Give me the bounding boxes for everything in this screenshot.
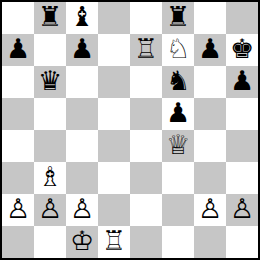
square-f3[interactable] bbox=[162, 162, 194, 194]
black-knight-f6: ♞ bbox=[166, 66, 190, 97]
square-f8[interactable]: ♜ bbox=[162, 2, 194, 34]
square-f1[interactable] bbox=[162, 226, 194, 258]
square-d7[interactable] bbox=[98, 34, 130, 66]
square-d2[interactable] bbox=[98, 194, 130, 226]
square-a1[interactable] bbox=[2, 226, 34, 258]
square-g3[interactable] bbox=[194, 162, 226, 194]
square-h8[interactable] bbox=[226, 2, 258, 34]
square-a3[interactable] bbox=[2, 162, 34, 194]
square-b7[interactable] bbox=[34, 34, 66, 66]
white-king-c1: ♔ bbox=[70, 226, 94, 257]
black-pawn-h6: ♟ bbox=[230, 66, 254, 97]
black-pawn-f5: ♟ bbox=[166, 98, 190, 129]
square-f6[interactable]: ♞ bbox=[162, 66, 194, 98]
square-d6[interactable] bbox=[98, 66, 130, 98]
square-b6[interactable]: ♛ bbox=[34, 66, 66, 98]
square-h3[interactable] bbox=[226, 162, 258, 194]
square-g1[interactable] bbox=[194, 226, 226, 258]
white-rook-e7: ♖ bbox=[134, 34, 158, 65]
black-pawn-a7: ♟ bbox=[6, 34, 30, 65]
square-d4[interactable] bbox=[98, 130, 130, 162]
white-rook-d1: ♖ bbox=[102, 226, 126, 257]
square-b3[interactable]: ♗ bbox=[34, 162, 66, 194]
white-knight-f7: ♘ bbox=[166, 34, 190, 65]
square-f7[interactable]: ♘ bbox=[162, 34, 194, 66]
square-c5[interactable] bbox=[66, 98, 98, 130]
square-d5[interactable] bbox=[98, 98, 130, 130]
square-h1[interactable] bbox=[226, 226, 258, 258]
square-a8[interactable] bbox=[2, 2, 34, 34]
square-c6[interactable] bbox=[66, 66, 98, 98]
square-c3[interactable] bbox=[66, 162, 98, 194]
white-bishop-b3: ♗ bbox=[38, 162, 62, 193]
black-pawn-c7: ♟ bbox=[70, 34, 94, 65]
white-pawn-c2: ♙ bbox=[70, 194, 94, 225]
square-a4[interactable] bbox=[2, 130, 34, 162]
square-c7[interactable]: ♟ bbox=[66, 34, 98, 66]
square-e2[interactable] bbox=[130, 194, 162, 226]
black-rook-b8: ♜ bbox=[38, 2, 62, 33]
white-pawn-h2: ♙ bbox=[230, 194, 254, 225]
square-c1[interactable]: ♔ bbox=[66, 226, 98, 258]
square-e4[interactable] bbox=[130, 130, 162, 162]
square-e5[interactable] bbox=[130, 98, 162, 130]
square-h7[interactable]: ♚ bbox=[226, 34, 258, 66]
square-c2[interactable]: ♙ bbox=[66, 194, 98, 226]
square-e6[interactable] bbox=[130, 66, 162, 98]
square-g2[interactable]: ♙ bbox=[194, 194, 226, 226]
black-bishop-c8: ♝ bbox=[70, 2, 94, 33]
square-d3[interactable] bbox=[98, 162, 130, 194]
chess-board: ♜♝♜♟♟♖♘♟♚♛♞♟♟♕♗♙♙♙♙♙♔♖ bbox=[0, 0, 260, 260]
black-pawn-g7: ♟ bbox=[198, 34, 222, 65]
square-g5[interactable] bbox=[194, 98, 226, 130]
white-queen-f4: ♕ bbox=[166, 130, 190, 161]
square-h6[interactable]: ♟ bbox=[226, 66, 258, 98]
square-d1[interactable]: ♖ bbox=[98, 226, 130, 258]
square-a6[interactable] bbox=[2, 66, 34, 98]
square-b2[interactable]: ♙ bbox=[34, 194, 66, 226]
square-c8[interactable]: ♝ bbox=[66, 2, 98, 34]
square-b8[interactable]: ♜ bbox=[34, 2, 66, 34]
square-e3[interactable] bbox=[130, 162, 162, 194]
square-g6[interactable] bbox=[194, 66, 226, 98]
square-b1[interactable] bbox=[34, 226, 66, 258]
square-e1[interactable] bbox=[130, 226, 162, 258]
square-h4[interactable] bbox=[226, 130, 258, 162]
square-a5[interactable] bbox=[2, 98, 34, 130]
white-pawn-g2: ♙ bbox=[198, 194, 222, 225]
square-a7[interactable]: ♟ bbox=[2, 34, 34, 66]
square-f2[interactable] bbox=[162, 194, 194, 226]
square-b5[interactable] bbox=[34, 98, 66, 130]
square-h5[interactable] bbox=[226, 98, 258, 130]
square-f5[interactable]: ♟ bbox=[162, 98, 194, 130]
square-g8[interactable] bbox=[194, 2, 226, 34]
square-h2[interactable]: ♙ bbox=[226, 194, 258, 226]
white-pawn-b2: ♙ bbox=[38, 194, 62, 225]
white-pawn-a2: ♙ bbox=[6, 194, 30, 225]
board-grid: ♜♝♜♟♟♖♘♟♚♛♞♟♟♕♗♙♙♙♙♙♔♖ bbox=[2, 2, 258, 258]
black-queen-b6: ♛ bbox=[38, 66, 62, 97]
square-g7[interactable]: ♟ bbox=[194, 34, 226, 66]
square-g4[interactable] bbox=[194, 130, 226, 162]
square-a2[interactable]: ♙ bbox=[2, 194, 34, 226]
square-c4[interactable] bbox=[66, 130, 98, 162]
black-rook-f8: ♜ bbox=[166, 2, 190, 33]
square-b4[interactable] bbox=[34, 130, 66, 162]
black-king-h7: ♚ bbox=[230, 34, 254, 65]
square-e7[interactable]: ♖ bbox=[130, 34, 162, 66]
square-d8[interactable] bbox=[98, 2, 130, 34]
square-f4[interactable]: ♕ bbox=[162, 130, 194, 162]
square-e8[interactable] bbox=[130, 2, 162, 34]
